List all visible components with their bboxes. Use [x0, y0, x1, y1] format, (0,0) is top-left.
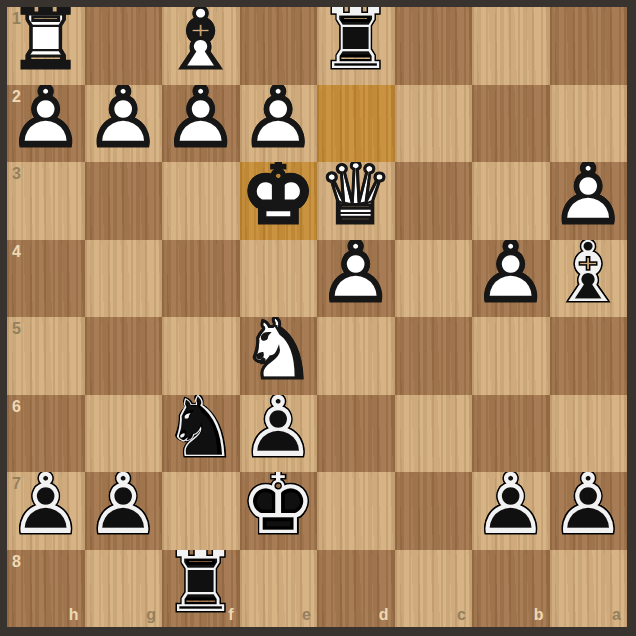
square-a2[interactable] [550, 85, 628, 163]
square-g7[interactable]: ♟♙ [85, 472, 163, 550]
piece-wQ-d3 white-queen-icon[interactable]: ♛♕ [317, 162, 395, 240]
piece-detail-glyph: ♙ [550, 472, 628, 544]
square-d5[interactable] [317, 317, 395, 395]
square-b3[interactable] [472, 162, 550, 240]
square-a1[interactable] [550, 7, 628, 85]
square-g2[interactable]: ♟♙ [85, 85, 163, 163]
square-e1[interactable] [240, 7, 318, 85]
piece-detail-glyph: ♗ [550, 240, 628, 312]
piece-detail-glyph: ♙ [472, 472, 550, 544]
piece-detail-glyph: ♘ [240, 317, 318, 389]
piece-wP-d4 white-pawn-icon[interactable]: ♟♙ [317, 240, 395, 318]
square-e4[interactable] [240, 240, 318, 318]
square-c2[interactable] [395, 85, 473, 163]
square-g5[interactable] [85, 317, 163, 395]
square-e6[interactable]: ♟♙ [240, 395, 318, 473]
square-g8[interactable]: g [85, 550, 163, 628]
piece-bK-e7 black-king-icon[interactable]: ♚♔ [240, 472, 318, 550]
rank-label-7: 7 [12, 476, 21, 492]
piece-detail-glyph: ♙ [240, 395, 318, 467]
square-b2[interactable] [472, 85, 550, 163]
square-c6[interactable] [395, 395, 473, 473]
square-b5[interactable] [472, 317, 550, 395]
piece-detail-glyph: ♙ [472, 240, 550, 312]
square-h7[interactable]: 7♟♙ [7, 472, 85, 550]
rank-label-8: 8 [12, 554, 21, 570]
rank-label-5: 5 [12, 321, 21, 337]
square-b8[interactable]: b [472, 550, 550, 628]
file-label-c: c [457, 607, 466, 623]
square-a6[interactable] [550, 395, 628, 473]
piece-wP-e2 white-pawn-icon[interactable]: ♟♙ [240, 85, 318, 163]
square-a7[interactable]: ♟♙ [550, 472, 628, 550]
file-label-b: b [534, 607, 544, 623]
file-label-f: f [228, 607, 233, 623]
piece-wK-e3 white-king-icon[interactable]: ♚♔ [240, 162, 318, 240]
piece-wP-b4 white-pawn-icon[interactable]: ♟♙ [472, 240, 550, 318]
square-a5[interactable] [550, 317, 628, 395]
piece-bN-f6 black-knight-icon[interactable]: ♞♘ [162, 395, 240, 473]
square-d7[interactable] [317, 472, 395, 550]
piece-detail-glyph: ♔ [240, 162, 318, 234]
square-h3[interactable]: 3 [7, 162, 85, 240]
square-f8[interactable]: f♜♖ [162, 550, 240, 628]
square-f7[interactable] [162, 472, 240, 550]
rank-label-1: 1 [12, 11, 21, 27]
square-d2[interactable] [317, 85, 395, 163]
rank-label-4: 4 [12, 244, 21, 260]
rank-label-2: 2 [12, 89, 21, 105]
piece-detail-glyph: ♙ [85, 85, 163, 157]
piece-detail-glyph: ♙ [240, 85, 318, 157]
piece-bP-e6 black-pawn-icon[interactable]: ♟♙ [240, 395, 318, 473]
square-c1[interactable] [395, 7, 473, 85]
piece-detail-glyph: ♗ [162, 7, 240, 79]
square-f4[interactable] [162, 240, 240, 318]
file-label-h: h [69, 607, 79, 623]
square-f2[interactable]: ♟♙ [162, 85, 240, 163]
piece-bB-a4 black-bishop-icon[interactable]: ♝♗ [550, 240, 628, 318]
square-e3[interactable]: ♚♔ [240, 162, 318, 240]
square-d3[interactable]: ♛♕ [317, 162, 395, 240]
square-d4[interactable]: ♟♙ [317, 240, 395, 318]
square-c8[interactable]: c [395, 550, 473, 628]
square-g3[interactable] [85, 162, 163, 240]
square-g6[interactable] [85, 395, 163, 473]
square-a8[interactable]: a [550, 550, 628, 628]
piece-bP-g7 black-pawn-icon[interactable]: ♟♙ [85, 472, 163, 550]
rank-label-3: 3 [12, 166, 21, 182]
square-c4[interactable] [395, 240, 473, 318]
file-label-e: e [302, 607, 311, 623]
square-b4[interactable]: ♟♙ [472, 240, 550, 318]
square-c3[interactable] [395, 162, 473, 240]
piece-bP-b7 black-pawn-icon[interactable]: ♟♙ [472, 472, 550, 550]
square-g1[interactable] [85, 7, 163, 85]
square-g4[interactable] [85, 240, 163, 318]
piece-detail-glyph: ♙ [162, 85, 240, 157]
rank-label-6: 6 [12, 399, 21, 415]
piece-wP-g2 white-pawn-icon[interactable]: ♟♙ [85, 85, 163, 163]
piece-wP-a3 white-pawn-icon[interactable]: ♟♙ [550, 162, 628, 240]
square-e5[interactable]: ♞♘ [240, 317, 318, 395]
square-f5[interactable] [162, 317, 240, 395]
square-b6[interactable] [472, 395, 550, 473]
square-a4[interactable]: ♝♗ [550, 240, 628, 318]
piece-detail-glyph: ♙ [85, 472, 163, 544]
piece-detail-glyph: ♘ [162, 395, 240, 467]
square-h2[interactable]: 2♟♙ [7, 85, 85, 163]
square-b7[interactable]: ♟♙ [472, 472, 550, 550]
square-f3[interactable] [162, 162, 240, 240]
piece-detail-glyph: ♙ [550, 162, 628, 234]
piece-detail-glyph: ♙ [317, 240, 395, 312]
piece-detail-glyph: ♔ [240, 472, 318, 544]
piece-detail-glyph: ♕ [317, 162, 395, 234]
square-b1[interactable] [472, 7, 550, 85]
file-label-g: g [146, 607, 156, 623]
piece-detail-glyph: ♖ [317, 7, 395, 79]
square-c7[interactable] [395, 472, 473, 550]
piece-wB-f1 white-bishop-icon[interactable]: ♝♗ [162, 7, 240, 85]
piece-bP-a7 black-pawn-icon[interactable]: ♟♙ [550, 472, 628, 550]
square-a3[interactable]: ♟♙ [550, 162, 628, 240]
piece-wN-e5 white-knight-icon[interactable]: ♞♘ [240, 317, 318, 395]
square-d6[interactable] [317, 395, 395, 473]
square-f1[interactable]: ♝♗ [162, 7, 240, 85]
piece-bR-d1 black-rook-icon[interactable]: ♜♖ [317, 7, 395, 85]
chess-board: 1♜♖♝♗♜♖2♟♙♟♙♟♙♟♙3♚♔♛♕♟♙4♟♙♟♙♝♗5♞♘6♞♘♟♙7♟… [7, 7, 627, 627]
board-frame: 1♜♖♝♗♜♖2♟♙♟♙♟♙♟♙3♚♔♛♕♟♙4♟♙♟♙♝♗5♞♘6♞♘♟♙7♟… [0, 0, 636, 636]
square-h6[interactable]: 6 [7, 395, 85, 473]
square-h8[interactable]: 8h [7, 550, 85, 628]
file-label-a: a [612, 607, 621, 623]
square-h1[interactable]: 1♜♖ [7, 7, 85, 85]
square-c5[interactable] [395, 317, 473, 395]
square-h5[interactable]: 5 [7, 317, 85, 395]
square-d8[interactable]: d [317, 550, 395, 628]
square-e8[interactable]: e [240, 550, 318, 628]
square-e2[interactable]: ♟♙ [240, 85, 318, 163]
square-h4[interactable]: 4 [7, 240, 85, 318]
piece-wP-f2 white-pawn-icon[interactable]: ♟♙ [162, 85, 240, 163]
square-e7[interactable]: ♚♔ [240, 472, 318, 550]
square-d1[interactable]: ♜♖ [317, 7, 395, 85]
square-f6[interactable]: ♞♘ [162, 395, 240, 473]
file-label-d: d [379, 607, 389, 623]
